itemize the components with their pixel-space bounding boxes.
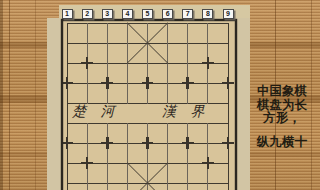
caption-line: 棋盘为长 — [248, 99, 316, 113]
caption-line: 中国象棋 — [248, 85, 316, 99]
column-number-tile-7[interactable]: 7 — [182, 9, 193, 19]
river-label-chu-he: 楚 河 — [72, 102, 114, 120]
xiangqi-app-screenshot: 123456789 楚 河 漢 界 中国象棋棋盘为长方形，纵九横十 — [0, 0, 320, 190]
caption-line: 方形， — [248, 112, 316, 126]
column-number-tile-6[interactable]: 6 — [162, 9, 173, 19]
river-label-han-jie: 漢 界 — [162, 102, 204, 120]
column-number-tile-2[interactable]: 2 — [82, 9, 93, 19]
caption-text-block: 中国象棋棋盘为长方形，纵九横十 — [248, 85, 316, 149]
column-number-tile-4[interactable]: 4 — [122, 9, 133, 19]
column-number-tile-9[interactable]: 9 — [223, 9, 234, 19]
column-number-tile-5[interactable]: 5 — [142, 9, 153, 19]
caption-line: 纵九横十 — [248, 136, 316, 150]
column-number-tile-3[interactable]: 3 — [102, 9, 113, 19]
column-number-tile-1[interactable]: 1 — [62, 9, 73, 19]
column-number-tile-8[interactable]: 8 — [202, 9, 213, 19]
